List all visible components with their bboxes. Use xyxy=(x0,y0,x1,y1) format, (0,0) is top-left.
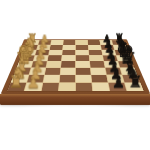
square-a7: ♟ xyxy=(108,83,126,91)
piece-black-pawn: ♟ xyxy=(112,75,125,90)
board-front-edge xyxy=(0,94,150,105)
square-c6 xyxy=(91,68,106,75)
square-f5 xyxy=(76,50,89,55)
square-e3 xyxy=(48,55,62,61)
square-d3 xyxy=(46,61,61,67)
square-f6 xyxy=(89,50,102,55)
square-a8: ♜ xyxy=(125,83,144,91)
piece-white-rook: ♜ xyxy=(9,74,24,90)
square-e4 xyxy=(62,55,75,61)
chess-board: ♜♟♟♜♞♟♟♞♝♟♟♝♚♟♟♚♛♟♟♛♝♟♟♝♞♟♟♞♜♟♟♜ xyxy=(1,39,150,94)
square-a4 xyxy=(59,83,75,91)
square-a3 xyxy=(42,83,59,91)
square-a1: ♜ xyxy=(7,83,26,91)
square-a2: ♟ xyxy=(25,83,43,91)
square-b4 xyxy=(60,75,76,82)
board-squares-grid: ♜♟♟♜♞♟♟♞♝♟♟♝♚♟♟♚♛♟♟♛♝♟♟♝♞♟♟♞♜♟♟♜ xyxy=(6,40,144,91)
piece-black-rook: ♜ xyxy=(128,74,143,90)
square-d6 xyxy=(90,61,105,67)
scene-wrapper: ♜♟♟♜♞♟♟♞♝♟♟♝♚♟♟♚♛♟♟♛♝♟♟♝♞♟♟♞♜♟♟♜ xyxy=(15,1,137,121)
chess-set-photo: ♜♟♟♜♞♟♟♞♝♟♟♝♚♟♟♚♛♟♟♛♝♟♟♝♞♟♟♞♜♟♟♜ xyxy=(0,0,150,150)
square-a5 xyxy=(76,83,92,91)
square-f3 xyxy=(49,50,62,55)
square-e6 xyxy=(89,55,103,61)
square-e5 xyxy=(76,55,89,61)
square-b3 xyxy=(43,75,59,82)
perspective-tilt: ♜♟♟♜♞♟♟♞♝♟♟♝♚♟♟♚♛♟♟♛♝♟♟♝♞♟♟♞♜♟♟♜ xyxy=(1,39,150,94)
square-c3 xyxy=(45,68,60,75)
piece-white-pawn: ♟ xyxy=(26,75,39,90)
square-a6 xyxy=(92,83,109,91)
square-d5 xyxy=(76,61,90,67)
square-f4 xyxy=(62,50,75,55)
square-b6 xyxy=(91,75,107,82)
square-c4 xyxy=(60,68,75,75)
square-d4 xyxy=(61,61,75,67)
square-b5 xyxy=(76,75,92,82)
square-c5 xyxy=(76,68,91,75)
